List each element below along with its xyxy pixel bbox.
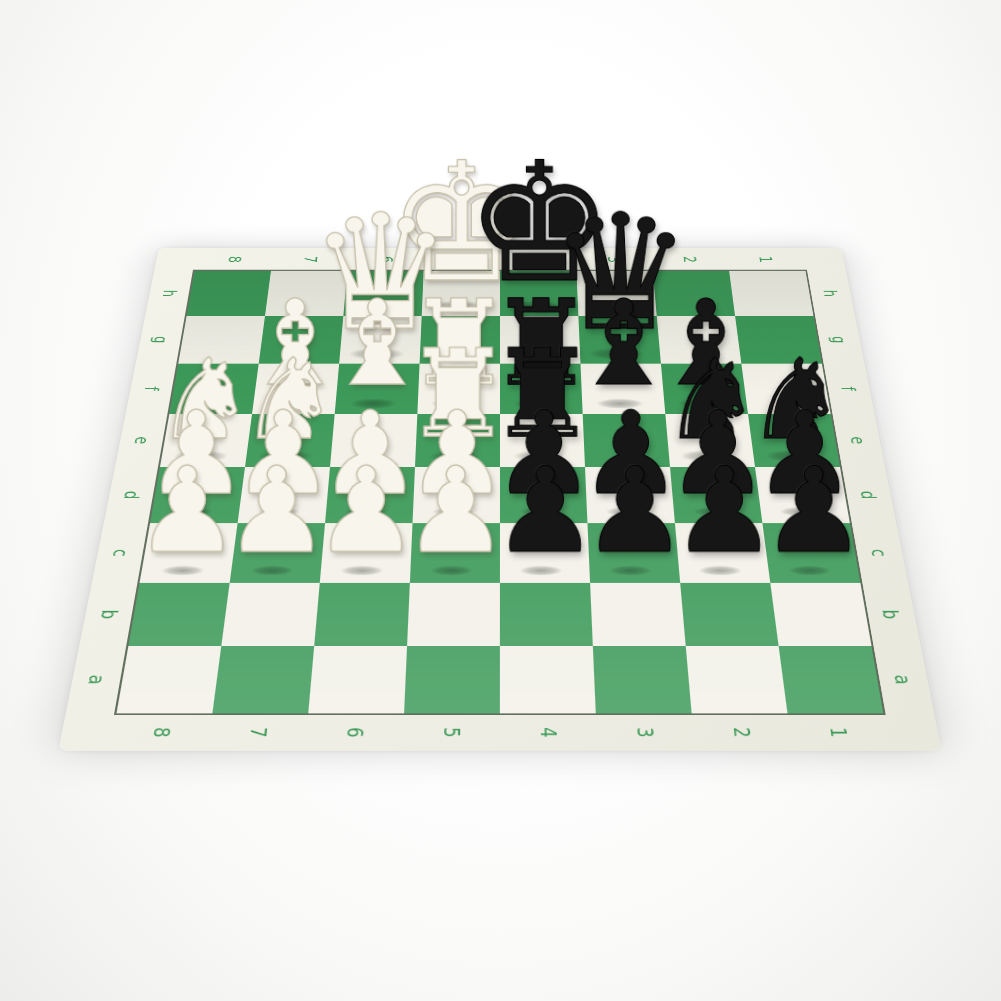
board-pieces: ♚♚♛♛♜♝♝♜♝♝♜♞♞♜♞♞♟♟♟♟♟♟♟♟♟♟♟♟♟♟♟♟ xyxy=(58,248,941,751)
black-pawn-icon: ♟ xyxy=(760,451,866,569)
photo-scene: 8877665544332211hhggffeeddccbbaa ♚♚♛♛♜♝♝… xyxy=(0,0,1001,1001)
black-pawn-c1[interactable]: ♟ xyxy=(760,451,866,569)
chess-mat: 8877665544332211hhggffeeddccbbaa ♚♚♛♛♜♝♝… xyxy=(58,248,941,751)
